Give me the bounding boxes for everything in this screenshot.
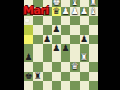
board-square[interactable] (52, 53, 61, 62)
board-square[interactable] (70, 35, 79, 44)
board-square[interactable]: ♟ (61, 7, 70, 16)
board-square[interactable] (52, 62, 61, 71)
board-square[interactable] (33, 25, 42, 34)
board-square[interactable] (33, 81, 42, 90)
board-square[interactable] (33, 44, 42, 53)
board-square[interactable] (24, 35, 33, 44)
thumbnail-frame: ♚♝♜♛♟♟♟♝♟♟♟♟♟♟♜♛♚♜ Mari (0, 0, 120, 90)
white-pawn-piece[interactable]: ♟ (61, 7, 70, 16)
left-letterbox (0, 0, 24, 90)
board-square[interactable] (61, 72, 70, 81)
board-square[interactable] (61, 25, 70, 34)
board-square[interactable] (89, 25, 98, 34)
board-square[interactable] (52, 72, 61, 81)
board-square[interactable]: ♟ (52, 25, 61, 34)
right-letterbox (98, 0, 120, 90)
board-square[interactable] (43, 44, 52, 53)
black-pawn-piece[interactable]: ♟ (24, 53, 33, 62)
tiny-label-chip-icon (25, 19, 30, 23)
board-square[interactable] (43, 81, 52, 90)
white-pawn-piece[interactable]: ♟ (80, 7, 89, 16)
board-square[interactable]: ♟ (61, 44, 70, 53)
board-square[interactable] (61, 81, 70, 90)
board-square[interactable]: ♟ (80, 35, 89, 44)
board-square[interactable] (70, 44, 79, 53)
black-king-piece[interactable]: ♚ (24, 72, 33, 81)
white-rook-piece[interactable]: ♜ (80, 53, 89, 62)
board-square[interactable] (43, 16, 52, 25)
board-square[interactable] (89, 81, 98, 90)
board-square[interactable] (52, 81, 61, 90)
board-square[interactable] (80, 62, 89, 71)
board-square[interactable] (70, 81, 79, 90)
board-square[interactable] (89, 62, 98, 71)
board-square[interactable] (89, 16, 98, 25)
board-square[interactable] (61, 16, 70, 25)
board-square[interactable] (89, 35, 98, 44)
board-square[interactable]: ♟ (43, 35, 52, 44)
board-square[interactable]: ♝ (89, 7, 98, 16)
board-square[interactable] (89, 44, 98, 53)
board-square[interactable] (24, 25, 33, 34)
board-square[interactable] (43, 62, 52, 71)
board-square[interactable] (70, 72, 79, 81)
board-square[interactable] (33, 53, 42, 62)
black-queen-piece[interactable]: ♛ (52, 7, 61, 16)
board-square[interactable] (43, 72, 52, 81)
white-bishop-piece[interactable]: ♝ (89, 7, 98, 16)
board-square[interactable]: ♛ (70, 62, 79, 71)
board-square[interactable]: ♜ (80, 53, 89, 62)
black-pawn-piece[interactable]: ♟ (52, 44, 61, 53)
board-square[interactable] (89, 53, 98, 62)
board-square[interactable] (61, 62, 70, 71)
overlay-title-text: Mari (23, 4, 49, 17)
board-square[interactable] (33, 16, 42, 25)
board-square[interactable] (80, 81, 89, 90)
board-square[interactable] (43, 53, 52, 62)
white-queen-piece[interactable]: ♛ (70, 62, 79, 71)
board-square[interactable] (24, 81, 33, 90)
black-rook-piece[interactable]: ♜ (33, 72, 42, 81)
board-square[interactable]: ♚ (24, 72, 33, 81)
black-pawn-piece[interactable]: ♟ (43, 35, 52, 44)
board-square[interactable] (80, 72, 89, 81)
board-square[interactable] (80, 16, 89, 25)
board-square[interactable]: ♛ (52, 7, 61, 16)
board-square[interactable]: ♟ (70, 7, 79, 16)
board-square[interactable]: ♟ (24, 53, 33, 62)
board-square[interactable] (89, 72, 98, 81)
board-square[interactable] (70, 16, 79, 25)
board-square[interactable]: ♟ (52, 44, 61, 53)
board-square[interactable] (61, 53, 70, 62)
board-square[interactable] (70, 25, 79, 34)
board-square[interactable]: ♜ (33, 72, 42, 81)
board-square[interactable] (33, 35, 42, 44)
white-pawn-piece[interactable]: ♟ (70, 7, 79, 16)
black-pawn-piece[interactable]: ♟ (80, 35, 89, 44)
black-pawn-piece[interactable]: ♟ (61, 44, 70, 53)
black-pawn-piece[interactable]: ♟ (52, 25, 61, 34)
board-square[interactable]: ♟ (80, 7, 89, 16)
